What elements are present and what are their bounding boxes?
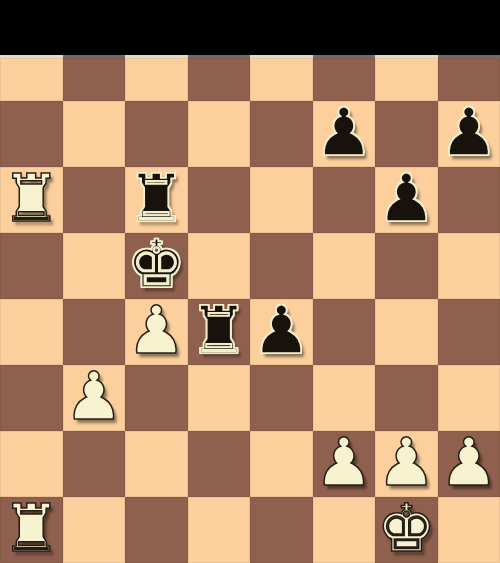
square-c1[interactable]: [125, 497, 188, 563]
square-g6[interactable]: ♟: [375, 167, 438, 233]
piece-white-pawn[interactable]: ♟: [439, 430, 498, 496]
square-g7[interactable]: [375, 101, 438, 167]
square-d7[interactable]: [188, 101, 251, 167]
square-a8[interactable]: [0, 58, 63, 101]
square-g1[interactable]: ♚: [375, 497, 438, 563]
screenshot-root: ♟♟♜♜♟♚♟♜♟♟♟♟♟♜♚: [0, 0, 500, 563]
square-c8[interactable]: [125, 58, 188, 101]
piece-white-king[interactable]: ♚: [377, 496, 436, 562]
square-d1[interactable]: [188, 497, 251, 563]
square-a6[interactable]: ♜: [0, 167, 63, 233]
square-c6[interactable]: ♜: [125, 167, 188, 233]
square-c3[interactable]: [125, 365, 188, 431]
square-e2[interactable]: [250, 431, 313, 497]
square-f6[interactable]: [313, 167, 376, 233]
square-b4[interactable]: [63, 299, 126, 365]
square-g5[interactable]: [375, 233, 438, 299]
square-c2[interactable]: [125, 431, 188, 497]
piece-white-pawn[interactable]: ♟: [64, 364, 123, 430]
square-h5[interactable]: [438, 233, 500, 299]
square-d6[interactable]: [188, 167, 251, 233]
square-h4[interactable]: [438, 299, 500, 365]
square-a5[interactable]: [0, 233, 63, 299]
square-c5[interactable]: ♚: [125, 233, 188, 299]
square-e3[interactable]: [250, 365, 313, 431]
square-e6[interactable]: [250, 167, 313, 233]
square-g2[interactable]: ♟: [375, 431, 438, 497]
square-a3[interactable]: [0, 365, 63, 431]
square-b8[interactable]: [63, 58, 126, 101]
square-a2[interactable]: [0, 431, 63, 497]
square-d8[interactable]: [188, 58, 251, 101]
chess-board: ♟♟♜♜♟♚♟♜♟♟♟♟♟♜♚: [0, 58, 500, 563]
piece-white-pawn[interactable]: ♟: [127, 298, 186, 364]
square-f7[interactable]: ♟: [313, 101, 376, 167]
square-b5[interactable]: [63, 233, 126, 299]
piece-black-rook[interactable]: ♜: [127, 166, 186, 232]
square-d2[interactable]: [188, 431, 251, 497]
piece-white-pawn[interactable]: ♟: [314, 430, 373, 496]
piece-white-rook[interactable]: ♜: [2, 166, 61, 232]
piece-black-pawn[interactable]: ♟: [252, 298, 311, 364]
square-h3[interactable]: [438, 365, 500, 431]
square-h1[interactable]: [438, 497, 500, 563]
piece-black-pawn[interactable]: ♟: [314, 100, 373, 166]
square-f3[interactable]: [313, 365, 376, 431]
piece-white-rook[interactable]: ♜: [2, 496, 61, 562]
square-h2[interactable]: ♟: [438, 431, 500, 497]
square-f5[interactable]: [313, 233, 376, 299]
square-e1[interactable]: [250, 497, 313, 563]
square-f2[interactable]: ♟: [313, 431, 376, 497]
square-c7[interactable]: [125, 101, 188, 167]
square-f4[interactable]: [313, 299, 376, 365]
square-e4[interactable]: ♟: [250, 299, 313, 365]
square-b1[interactable]: [63, 497, 126, 563]
piece-black-rook[interactable]: ♜: [189, 298, 248, 364]
piece-black-pawn[interactable]: ♟: [377, 166, 436, 232]
square-f1[interactable]: [313, 497, 376, 563]
square-d3[interactable]: [188, 365, 251, 431]
piece-black-pawn[interactable]: ♟: [439, 100, 498, 166]
square-e7[interactable]: [250, 101, 313, 167]
square-b7[interactable]: [63, 101, 126, 167]
square-d4[interactable]: ♜: [188, 299, 251, 365]
piece-white-pawn[interactable]: ♟: [377, 430, 436, 496]
square-b6[interactable]: [63, 167, 126, 233]
square-g4[interactable]: [375, 299, 438, 365]
square-c4[interactable]: ♟: [125, 299, 188, 365]
piece-black-king[interactable]: ♚: [127, 232, 186, 298]
square-h7[interactable]: ♟: [438, 101, 500, 167]
square-a7[interactable]: [0, 101, 63, 167]
top-letterbox: [0, 0, 500, 55]
square-b3[interactable]: ♟: [63, 365, 126, 431]
square-h6[interactable]: [438, 167, 500, 233]
square-e5[interactable]: [250, 233, 313, 299]
square-a4[interactable]: [0, 299, 63, 365]
square-b2[interactable]: [63, 431, 126, 497]
square-g3[interactable]: [375, 365, 438, 431]
square-d5[interactable]: [188, 233, 251, 299]
square-a1[interactable]: ♜: [0, 497, 63, 563]
square-g8[interactable]: [375, 58, 438, 101]
square-e8[interactable]: [250, 58, 313, 101]
